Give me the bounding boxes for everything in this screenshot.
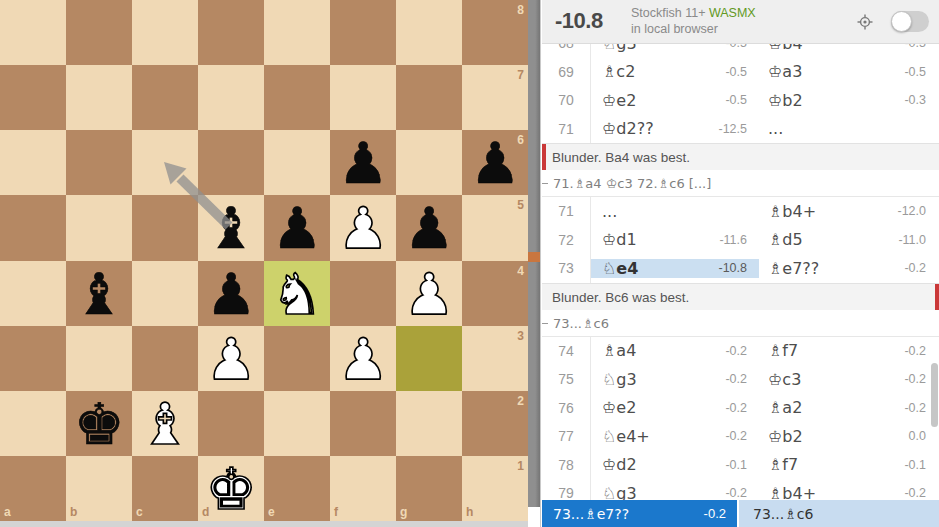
analysis-panel: -10.8 Stockfish 11+ WASMX in local brows… bbox=[542, 0, 939, 527]
square-d8[interactable] bbox=[198, 0, 264, 65]
rank-label-3: 3 bbox=[517, 329, 524, 343]
move-number: 76 bbox=[542, 394, 591, 423]
rank-label-5: 5 bbox=[517, 198, 524, 212]
move-row-69: 69♗c2-0.5♔a3-0.5 bbox=[542, 58, 939, 87]
square-c5[interactable] bbox=[132, 195, 198, 260]
file-label-g: g bbox=[400, 505, 407, 519]
square-g7[interactable] bbox=[396, 65, 462, 130]
engine-toggle[interactable] bbox=[891, 11, 929, 32]
move-number: 78 bbox=[542, 451, 591, 480]
piece-white-pawn[interactable]: ♟ bbox=[198, 326, 264, 391]
piece-black-pawn[interactable]: ♟ bbox=[396, 195, 462, 260]
square-e8[interactable] bbox=[264, 0, 330, 65]
square-g6[interactable] bbox=[396, 130, 462, 195]
move-number: 73 bbox=[542, 254, 591, 283]
white-move[interactable]: ♔e2-0.2 bbox=[591, 398, 759, 417]
scrollbar-thumb[interactable] bbox=[931, 363, 938, 427]
square-h4[interactable]: 4 bbox=[462, 261, 528, 326]
rank-label-7: 7 bbox=[517, 68, 524, 82]
square-a5[interactable] bbox=[0, 195, 66, 260]
move-number: 75 bbox=[542, 365, 591, 394]
piece-black-pawn[interactable]: ♟ bbox=[330, 130, 396, 195]
white-move[interactable]: ♘g3-0.5 bbox=[591, 44, 759, 53]
blunder-marker bbox=[542, 144, 546, 170]
square-e2[interactable] bbox=[264, 391, 330, 456]
move-row-72: 72♔d1-11.6♗d5-11.0 bbox=[542, 226, 939, 255]
blunder-comment: Blunder. Ba4 was best. bbox=[542, 143, 939, 170]
black-move[interactable]: ... bbox=[759, 119, 939, 138]
move-number: 71 bbox=[542, 197, 591, 226]
square-c3[interactable] bbox=[132, 326, 198, 391]
square-f1[interactable]: f bbox=[330, 456, 396, 521]
square-c6[interactable] bbox=[132, 130, 198, 195]
move-row-74: 74♗a4-0.2♗f7-0.2 bbox=[542, 337, 939, 366]
file-label-f: f bbox=[334, 505, 338, 519]
square-g8[interactable] bbox=[396, 0, 462, 65]
square-e3[interactable] bbox=[264, 326, 330, 391]
square-g1[interactable]: g bbox=[396, 456, 462, 521]
square-g3[interactable] bbox=[396, 326, 462, 391]
retro-bar: 73...♗e7?? -0.2 73...♗c6 bbox=[542, 500, 939, 527]
move-number: 74 bbox=[542, 337, 591, 366]
move-row-79: 79♘g3-0.2♗b4+-0.2 bbox=[542, 479, 939, 500]
piece-black-bishop[interactable]: ♝ bbox=[198, 195, 264, 260]
file-label-e: e bbox=[268, 505, 275, 519]
white-move[interactable]: ♔d1-11.6 bbox=[591, 230, 759, 249]
move-number: 69 bbox=[542, 58, 591, 87]
square-h2[interactable]: 2 bbox=[462, 391, 528, 456]
square-b7[interactable] bbox=[66, 65, 132, 130]
white-move[interactable]: ♘g3-0.2 bbox=[591, 484, 759, 500]
square-b5[interactable] bbox=[66, 195, 132, 260]
eval-gauge bbox=[528, 0, 541, 527]
comment-text: Blunder. Bc6 was best. bbox=[552, 290, 689, 305]
square-h8[interactable]: 8 bbox=[462, 0, 528, 65]
white-move[interactable]: ♗c2-0.5 bbox=[591, 62, 759, 81]
black-move[interactable]: ♗a2-0.2 bbox=[759, 398, 939, 417]
black-move[interactable]: ♗d5-11.0 bbox=[759, 230, 939, 249]
square-a1[interactable]: a bbox=[0, 456, 66, 521]
variation-line[interactable]: 71.♗a4 ♔c3 72.♗c6 [...] bbox=[542, 170, 939, 197]
square-h7[interactable]: 7 bbox=[462, 65, 528, 130]
square-e6[interactable] bbox=[264, 130, 330, 195]
rank-label-2: 2 bbox=[517, 394, 524, 408]
file-label-a: a bbox=[4, 505, 11, 519]
chess-board-area: 8765432abcdefg1h♟♟♝♟♟♟♝♟♞♟♟♟♚♝♚ bbox=[0, 0, 528, 527]
black-move[interactable]: ♗f7-0.1 bbox=[759, 455, 939, 474]
square-e1[interactable]: e bbox=[264, 456, 330, 521]
black-move[interactable]: ♗b4+-0.2 bbox=[759, 484, 939, 500]
focus-target-icon[interactable] bbox=[857, 14, 873, 30]
move-row-68: 68♘g3-0.5♔b4-0.5 bbox=[542, 44, 939, 58]
square-d2[interactable] bbox=[198, 391, 264, 456]
engine-toggle-knob bbox=[891, 11, 912, 32]
file-label-b: b bbox=[70, 505, 77, 519]
move-number: 72 bbox=[542, 226, 591, 255]
square-b8[interactable] bbox=[66, 0, 132, 65]
square-g2[interactable] bbox=[396, 391, 462, 456]
move-row-77: 77♘e4+-0.2♔b20.0 bbox=[542, 422, 939, 451]
white-move[interactable]: ♔e2-0.5 bbox=[591, 91, 759, 110]
square-h1[interactable]: 1h bbox=[462, 456, 528, 521]
move-number: 68 bbox=[542, 44, 591, 58]
square-b3[interactable] bbox=[66, 326, 132, 391]
black-move[interactable]: ♔b4-0.5 bbox=[759, 44, 939, 53]
square-f4[interactable] bbox=[330, 261, 396, 326]
square-a7[interactable] bbox=[0, 65, 66, 130]
black-move[interactable]: ♗b4+-12.0 bbox=[759, 202, 939, 221]
move-number: 70 bbox=[542, 86, 591, 115]
blunder-comment: Blunder. Bc6 was best. bbox=[542, 283, 939, 310]
piece-black-pawn[interactable]: ♟ bbox=[198, 261, 264, 326]
rank-label-1: 1 bbox=[517, 459, 524, 473]
square-a6[interactable] bbox=[0, 130, 66, 195]
square-a4[interactable] bbox=[0, 261, 66, 326]
square-b1[interactable]: b bbox=[66, 456, 132, 521]
white-move[interactable]: ♔d2??-12.5 bbox=[591, 119, 759, 138]
comment-text: Blunder. Ba4 was best. bbox=[552, 150, 690, 165]
piece-white-knight[interactable]: ♞ bbox=[264, 261, 330, 326]
move-number: 71 bbox=[542, 115, 591, 144]
piece-white-bishop[interactable]: ♝ bbox=[132, 391, 198, 456]
piece-black-pawn[interactable]: ♟ bbox=[462, 130, 528, 195]
black-move[interactable]: ♔c3-0.2 bbox=[759, 370, 939, 389]
engine-tech-label: WASMX bbox=[709, 6, 756, 20]
piece-black-king[interactable]: ♚ bbox=[66, 391, 132, 456]
move-row-73: 73♘e4-10.8♗e7??-0.2 bbox=[542, 254, 939, 283]
piece-white-pawn[interactable]: ♟ bbox=[330, 326, 396, 391]
piece-white-pawn[interactable]: ♟ bbox=[330, 195, 396, 260]
retro-tab-best-move[interactable]: 73...♗c6 bbox=[739, 500, 939, 527]
black-move[interactable]: ♔b20.0 bbox=[759, 427, 939, 446]
move-row-71: 71...♗b4+-12.0 bbox=[542, 197, 939, 226]
white-move[interactable]: ♘g3-0.2 bbox=[591, 370, 759, 389]
square-d7[interactable] bbox=[198, 65, 264, 130]
blunder-marker bbox=[935, 284, 939, 310]
engine-name: Stockfish 11+ WASMX in local browser bbox=[631, 5, 756, 37]
square-h5[interactable]: 5 bbox=[462, 195, 528, 260]
white-move[interactable]: ♗a4-0.2 bbox=[591, 341, 759, 360]
engine-header: -10.8 Stockfish 11+ WASMX in local brows… bbox=[542, 0, 939, 44]
square-c8[interactable] bbox=[132, 0, 198, 65]
move-list: 68♘g3-0.5♔b4-0.569♗c2-0.5♔a3-0.570♔e2-0.… bbox=[542, 44, 939, 500]
piece-white-pawn[interactable]: ♟ bbox=[396, 261, 462, 326]
black-move[interactable]: ♗f7-0.2 bbox=[759, 341, 939, 360]
file-label-c: c bbox=[136, 505, 143, 519]
rank-label-4: 4 bbox=[517, 264, 524, 278]
square-c1[interactable]: c bbox=[132, 456, 198, 521]
square-f2[interactable] bbox=[330, 391, 396, 456]
move-row-75: 75♘g3-0.2♔c3-0.2 bbox=[542, 365, 939, 394]
move-row-71: 71♔d2??-12.5... bbox=[542, 115, 939, 144]
piece-black-bishop[interactable]: ♝ bbox=[66, 261, 132, 326]
rank-label-8: 8 bbox=[517, 3, 524, 17]
black-move[interactable]: ♗e7??-0.2 bbox=[759, 259, 939, 278]
move-row-70: 70♔e2-0.5♔b2-0.3 bbox=[542, 86, 939, 115]
square-c4[interactable] bbox=[132, 261, 198, 326]
eval-gauge-midline-tick bbox=[528, 252, 540, 262]
square-e7[interactable] bbox=[264, 65, 330, 130]
square-d6[interactable] bbox=[198, 130, 264, 195]
move-row-76: 76♔e2-0.2♗a2-0.2 bbox=[542, 394, 939, 423]
white-move[interactable]: ... bbox=[591, 202, 759, 221]
move-number: 77 bbox=[542, 422, 591, 451]
square-f8[interactable] bbox=[330, 0, 396, 65]
white-move[interactable]: ♘e4-10.8 bbox=[591, 259, 759, 278]
move-number: 79 bbox=[542, 479, 591, 500]
square-a3[interactable] bbox=[0, 326, 66, 391]
variation-line[interactable]: 73...♗c6 bbox=[542, 310, 939, 337]
square-a2[interactable] bbox=[0, 391, 66, 456]
square-b6[interactable] bbox=[66, 130, 132, 195]
move-row-78: 78♔d2-0.1♗f7-0.1 bbox=[542, 451, 939, 480]
white-move[interactable]: ♔d2-0.1 bbox=[591, 455, 759, 474]
square-h3[interactable]: 3 bbox=[462, 326, 528, 391]
white-move[interactable]: ♘e4+-0.2 bbox=[591, 427, 759, 446]
piece-white-king[interactable]: ♚ bbox=[198, 456, 264, 521]
black-move[interactable]: ♔a3-0.5 bbox=[759, 62, 939, 81]
file-label-h: h bbox=[466, 505, 473, 519]
square-a8[interactable] bbox=[0, 0, 66, 65]
square-f7[interactable] bbox=[330, 65, 396, 130]
engine-eval: -10.8 bbox=[555, 8, 603, 34]
square-c7[interactable] bbox=[132, 65, 198, 130]
retro-tab-played-move[interactable]: 73...♗e7?? -0.2 bbox=[542, 500, 737, 527]
black-move[interactable]: ♔b2-0.3 bbox=[759, 91, 939, 110]
engine-location: in local browser bbox=[631, 21, 756, 37]
chess-board[interactable]: 8765432abcdefg1h♟♟♝♟♟♟♝♟♞♟♟♟♚♝♚ bbox=[0, 0, 528, 521]
piece-black-pawn[interactable]: ♟ bbox=[264, 195, 330, 260]
